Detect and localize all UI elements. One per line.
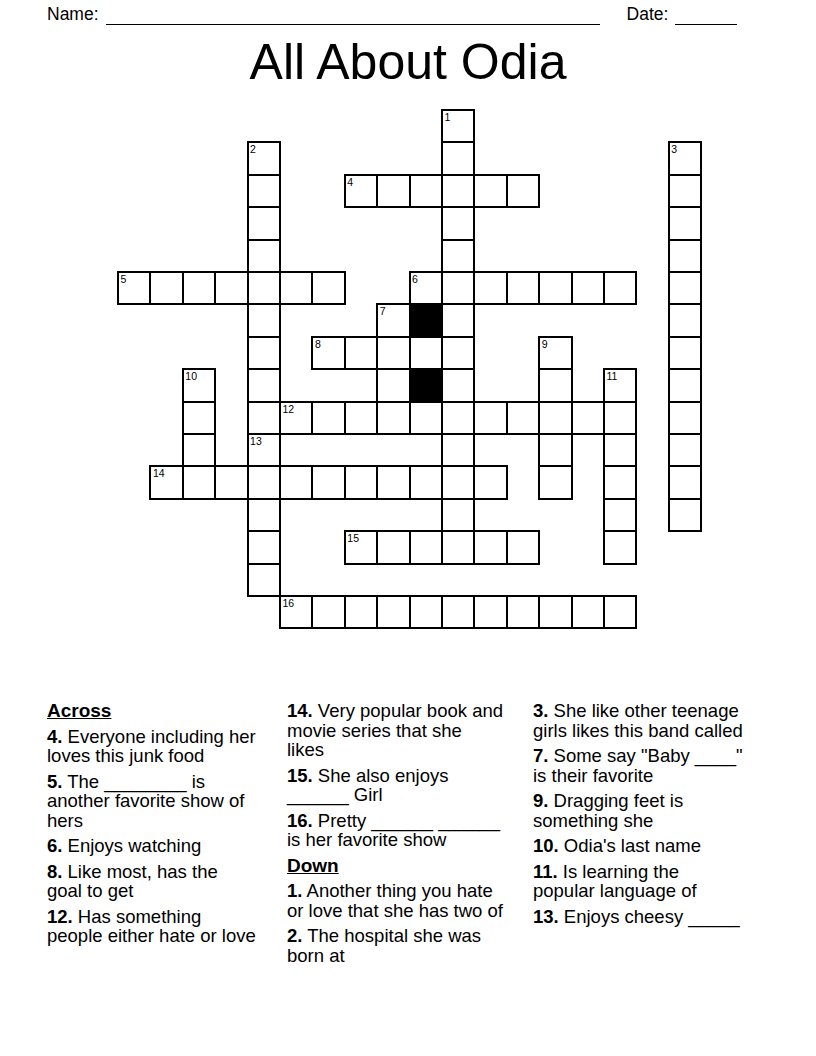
grid-cell[interactable] bbox=[668, 174, 702, 208]
grid-cell[interactable] bbox=[376, 336, 410, 370]
grid-cell[interactable] bbox=[311, 595, 345, 629]
grid-cell[interactable] bbox=[506, 401, 540, 435]
clue-item-text: She like other teenage girls likes this … bbox=[533, 700, 743, 741]
clue-item-text: The ________ is another favorite show of… bbox=[47, 771, 244, 831]
grid-cell[interactable] bbox=[603, 465, 637, 499]
clue-number: 3 bbox=[671, 143, 677, 155]
clue-item-number: 10. bbox=[533, 835, 559, 856]
grid-cell[interactable] bbox=[473, 595, 507, 629]
grid-cell[interactable]: 1 bbox=[441, 109, 475, 143]
clue-item-text: Pretty ______ ______ is her favorite sho… bbox=[287, 810, 500, 851]
clue-number: 2 bbox=[250, 143, 256, 155]
clue-item-text: Very popular book and movie series that … bbox=[287, 700, 503, 760]
clue-item: 1. Another thing you hate or love that s… bbox=[287, 881, 503, 920]
grid-cell[interactable] bbox=[441, 271, 475, 305]
clue-item-text: Enjoys cheesy _____ bbox=[559, 906, 740, 927]
grid-cell[interactable] bbox=[538, 368, 572, 402]
clue-item-number: 11. bbox=[533, 861, 558, 882]
puzzle-title: All About Odia bbox=[0, 33, 816, 91]
grid-cell[interactable] bbox=[506, 271, 540, 305]
worksheet-header: Name: Date: bbox=[47, 4, 737, 25]
grid-cell[interactable] bbox=[409, 595, 443, 629]
grid-cell[interactable] bbox=[571, 271, 605, 305]
clue-item: 12. Has something people either hate or … bbox=[47, 907, 257, 946]
grid-cell[interactable] bbox=[506, 174, 540, 208]
grid-cell[interactable] bbox=[603, 595, 637, 629]
clue-item-text: Is learning the popular language of bbox=[533, 861, 697, 902]
grid-cell[interactable]: 13 bbox=[247, 433, 281, 467]
grid-cell[interactable] bbox=[182, 433, 216, 467]
clue-item-number: 16. bbox=[287, 810, 313, 831]
clue-item: 2. The hospital she was born at bbox=[287, 926, 503, 965]
grid-cell[interactable] bbox=[603, 433, 637, 467]
clue-item-number: 13. bbox=[533, 906, 559, 927]
grid-cell[interactable] bbox=[441, 368, 475, 402]
clue-number: 10 bbox=[185, 370, 197, 382]
clue-item-text: The hospital she was born at bbox=[287, 925, 481, 966]
clue-item-number: 15. bbox=[287, 765, 313, 786]
grid-cell[interactable] bbox=[247, 401, 281, 435]
clue-item: 5. The ________ is another favorite show… bbox=[47, 772, 257, 831]
grid-cell[interactable]: 5 bbox=[117, 271, 151, 305]
grid-cell[interactable] bbox=[344, 595, 378, 629]
clue-number: 8 bbox=[315, 338, 321, 350]
grid-cell[interactable] bbox=[247, 174, 281, 208]
grid-cell[interactable] bbox=[182, 271, 216, 305]
grid-cell[interactable] bbox=[182, 465, 216, 499]
grid-cell[interactable] bbox=[538, 271, 572, 305]
clue-number: 16 bbox=[283, 597, 295, 609]
clue-number: 6 bbox=[412, 273, 418, 285]
clues-section-header: Down bbox=[287, 856, 503, 876]
clue-item: 11. Is learning the popular language of bbox=[533, 862, 745, 901]
clue-item: 3. She like other teenage girls likes th… bbox=[533, 701, 745, 740]
grid-cell[interactable] bbox=[247, 336, 281, 370]
clue-number: 13 bbox=[250, 435, 262, 447]
date-label: Date: bbox=[627, 4, 669, 25]
grid-cell[interactable] bbox=[603, 271, 637, 305]
clue-item-number: 14. bbox=[287, 700, 313, 721]
grid-cell[interactable] bbox=[182, 401, 216, 435]
grid-cell[interactable] bbox=[376, 174, 410, 208]
grid-cell[interactable] bbox=[149, 271, 183, 305]
grid-cell[interactable] bbox=[571, 401, 605, 435]
grid-cell[interactable] bbox=[247, 239, 281, 273]
grid-cell[interactable] bbox=[409, 336, 443, 370]
grid-cell[interactable]: 7 bbox=[376, 303, 410, 337]
grid-cell[interactable] bbox=[279, 271, 313, 305]
clue-number: 5 bbox=[121, 273, 127, 285]
grid-cell[interactable] bbox=[668, 401, 702, 435]
grid-cell[interactable] bbox=[311, 465, 345, 499]
grid-cell[interactable] bbox=[409, 401, 443, 435]
clue-item-number: 2. bbox=[287, 925, 302, 946]
clue-item: 14. Very popular book and movie series t… bbox=[287, 701, 503, 760]
clue-item-text: Some say "Baby ____" is their favorite bbox=[533, 745, 743, 786]
clue-item: 10. Odia's last name bbox=[533, 836, 745, 856]
clue-number: 4 bbox=[347, 176, 353, 188]
clue-item-number: 8. bbox=[47, 861, 62, 882]
clue-item-number: 7. bbox=[533, 745, 548, 766]
grid-cell[interactable] bbox=[247, 563, 281, 597]
clue-item: 9. Dragging feet is something she bbox=[533, 791, 745, 830]
clue-item-text: Like most, has the goal to get bbox=[47, 861, 218, 902]
grid-cell[interactable] bbox=[247, 498, 281, 532]
grid-cell[interactable] bbox=[247, 368, 281, 402]
clue-item: 13. Enjoys cheesy _____ bbox=[533, 907, 745, 927]
grid-cell[interactable] bbox=[538, 401, 572, 435]
grid-cell[interactable] bbox=[441, 530, 475, 564]
grid-cell[interactable] bbox=[668, 336, 702, 370]
black-cell bbox=[409, 368, 443, 402]
grid-cell[interactable] bbox=[473, 271, 507, 305]
grid-cell[interactable] bbox=[441, 433, 475, 467]
clue-number: 11 bbox=[607, 370, 618, 382]
clues-column-2: 14. Very popular book and movie series t… bbox=[287, 701, 503, 971]
grid-cell[interactable] bbox=[538, 465, 572, 499]
grid-cell[interactable] bbox=[668, 498, 702, 532]
grid-cell[interactable] bbox=[506, 530, 540, 564]
grid-cell[interactable]: 9 bbox=[538, 336, 572, 370]
grid-cell[interactable] bbox=[668, 303, 702, 337]
grid-cell[interactable] bbox=[668, 465, 702, 499]
grid-cell[interactable] bbox=[668, 206, 702, 240]
clue-item-number: 3. bbox=[533, 700, 548, 721]
grid-cell[interactable] bbox=[247, 271, 281, 305]
clue-number: 7 bbox=[380, 305, 386, 317]
clue-item-number: 4. bbox=[47, 726, 62, 747]
grid-cell[interactable] bbox=[506, 595, 540, 629]
grid-cell[interactable]: 14 bbox=[149, 465, 183, 499]
clue-number: 1 bbox=[445, 111, 451, 123]
clue-item-text: Odia's last name bbox=[559, 835, 701, 856]
grid-cell[interactable] bbox=[441, 141, 475, 175]
grid-cell[interactable]: 3 bbox=[668, 141, 702, 175]
grid-cell[interactable]: 6 bbox=[409, 271, 443, 305]
grid-cell[interactable]: 12 bbox=[279, 401, 313, 435]
clue-item: 4. Everyone including her loves this jun… bbox=[47, 727, 257, 766]
grid-cell[interactable] bbox=[247, 465, 281, 499]
grid-cell[interactable] bbox=[441, 498, 475, 532]
grid-cell[interactable] bbox=[409, 174, 443, 208]
clues-column-3: 3. She like other teenage girls likes th… bbox=[533, 701, 745, 932]
clue-item-number: 9. bbox=[533, 790, 548, 811]
clue-item-text: Enjoys watching bbox=[62, 835, 201, 856]
grid-cell[interactable] bbox=[603, 401, 637, 435]
grid-cell[interactable] bbox=[376, 530, 410, 564]
clue-item: 7. Some say "Baby ____" is their favorit… bbox=[533, 746, 745, 785]
grid-cell[interactable] bbox=[441, 595, 475, 629]
grid-cell[interactable] bbox=[473, 401, 507, 435]
grid-cell[interactable] bbox=[376, 465, 410, 499]
clue-item-number: 6. bbox=[47, 835, 62, 856]
black-cell bbox=[409, 303, 443, 337]
grid-cell[interactable] bbox=[441, 336, 475, 370]
grid-cell[interactable] bbox=[344, 336, 378, 370]
grid-cell[interactable] bbox=[441, 465, 475, 499]
grid-cell[interactable]: 8 bbox=[311, 336, 345, 370]
clue-number: 14 bbox=[153, 467, 165, 479]
clues-column-1: Across4. Everyone including her loves th… bbox=[47, 701, 257, 952]
grid-cell[interactable] bbox=[214, 465, 248, 499]
grid-cell[interactable] bbox=[344, 401, 378, 435]
grid-cell[interactable] bbox=[441, 239, 475, 273]
crossword-grid: 12345678910111213141516 bbox=[118, 110, 701, 628]
clue-number: 12 bbox=[283, 403, 295, 415]
grid-cell[interactable] bbox=[376, 368, 410, 402]
date-input-line[interactable] bbox=[675, 5, 737, 25]
grid-cell[interactable] bbox=[344, 465, 378, 499]
grid-cell[interactable] bbox=[441, 174, 475, 208]
clues-section-header: Across bbox=[47, 701, 257, 721]
name-label: Name: bbox=[47, 4, 99, 25]
name-input-line[interactable] bbox=[106, 5, 600, 25]
crossword-worksheet-page: Name: Date: All About Odia 1234567891011… bbox=[0, 0, 816, 1056]
grid-cell[interactable] bbox=[473, 174, 507, 208]
clue-item-text: Dragging feet is something she bbox=[533, 790, 683, 831]
grid-cell[interactable]: 16 bbox=[279, 595, 313, 629]
grid-cell[interactable] bbox=[473, 465, 507, 499]
clue-item-text: Has something people either hate or love bbox=[47, 906, 256, 947]
grid-cell[interactable] bbox=[441, 303, 475, 337]
clue-number: 15 bbox=[347, 532, 359, 544]
grid-cell[interactable] bbox=[441, 206, 475, 240]
grid-cell[interactable]: 4 bbox=[344, 174, 378, 208]
grid-cell[interactable] bbox=[409, 530, 443, 564]
clue-item: 16. Pretty ______ ______ is her favorite… bbox=[287, 811, 503, 850]
grid-cell[interactable] bbox=[214, 271, 248, 305]
grid-cell[interactable] bbox=[603, 530, 637, 564]
grid-cell[interactable] bbox=[441, 401, 475, 435]
grid-cell[interactable] bbox=[376, 401, 410, 435]
grid-cell[interactable] bbox=[376, 595, 410, 629]
grid-cell[interactable] bbox=[668, 271, 702, 305]
grid-cell[interactable] bbox=[571, 595, 605, 629]
grid-cell[interactable] bbox=[668, 368, 702, 402]
clue-item: 15. She also enjoys ______ Girl bbox=[287, 766, 503, 805]
clue-item: 6. Enjoys watching bbox=[47, 836, 257, 856]
grid-cell[interactable] bbox=[247, 303, 281, 337]
grid-cell[interactable] bbox=[409, 465, 443, 499]
grid-cell[interactable] bbox=[603, 498, 637, 532]
clue-item-number: 1. bbox=[287, 880, 302, 901]
grid-cell[interactable]: 15 bbox=[344, 530, 378, 564]
clue-item-text: Another thing you hate or love that she … bbox=[287, 880, 503, 921]
clue-item: 8. Like most, has the goal to get bbox=[47, 862, 257, 901]
grid-cell[interactable] bbox=[247, 206, 281, 240]
clue-item-text: Everyone including her loves this junk f… bbox=[47, 726, 256, 767]
clue-item-number: 5. bbox=[47, 771, 62, 792]
grid-cell[interactable]: 2 bbox=[247, 141, 281, 175]
clue-item-number: 12. bbox=[47, 906, 73, 927]
grid-cell[interactable] bbox=[538, 595, 572, 629]
grid-cell[interactable]: 11 bbox=[603, 368, 637, 402]
grid-cell[interactable] bbox=[668, 239, 702, 273]
grid-cell[interactable] bbox=[473, 530, 507, 564]
grid-cell[interactable] bbox=[311, 401, 345, 435]
clue-number: 9 bbox=[542, 338, 548, 350]
grid-cell[interactable] bbox=[538, 433, 572, 467]
grid-cell[interactable] bbox=[279, 465, 313, 499]
grid-cell[interactable] bbox=[247, 530, 281, 564]
grid-cell[interactable] bbox=[311, 271, 345, 305]
grid-cell[interactable] bbox=[668, 433, 702, 467]
grid-cell[interactable]: 10 bbox=[182, 368, 216, 402]
